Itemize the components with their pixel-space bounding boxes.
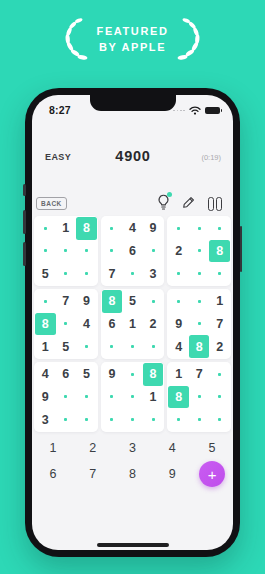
numpad-key-7[interactable]: 7	[73, 463, 113, 485]
empty-cell-dot	[131, 373, 134, 376]
sudoku-cell-r6c5[interactable]	[122, 335, 143, 358]
empty-cell-dot	[110, 227, 113, 230]
empty-cell-dot	[152, 249, 155, 252]
laurel-right-icon	[177, 17, 201, 61]
sudoku-cell-r7c5[interactable]	[122, 363, 143, 386]
empty-cell-dot	[110, 418, 113, 421]
sudoku-cell-r9c2[interactable]	[56, 408, 77, 431]
sudoku-cell-r4c7[interactable]	[168, 290, 189, 313]
hint-bulb-icon[interactable]	[157, 194, 170, 215]
empty-cell-dot	[110, 395, 113, 398]
status-icons	[173, 106, 220, 115]
empty-cell-dot	[85, 249, 88, 252]
sudoku-cell-r3c6[interactable]: 3	[143, 262, 164, 285]
empty-cell-dot	[218, 373, 221, 376]
sudoku-cell-r5c9[interactable]: 7	[209, 313, 230, 336]
empty-cell-dot	[198, 418, 201, 421]
sudoku-box-3: 28	[167, 216, 231, 286]
signal-dots-icon	[173, 110, 185, 112]
sudoku-cell-r5c2[interactable]	[56, 313, 77, 336]
sudoku-cell-r8c1[interactable]: 9	[35, 386, 56, 409]
silent-switch	[23, 184, 26, 196]
volume-up-button	[23, 210, 26, 234]
empty-cell-dot	[152, 345, 155, 348]
sudoku-cell-r3c1[interactable]: 5	[35, 262, 56, 285]
sudoku-cell-r3c7[interactable]	[168, 262, 189, 285]
sudoku-cell-r6c9[interactable]: 2	[209, 335, 230, 358]
empty-cell-dot	[218, 418, 221, 421]
sudoku-cell-r6c1[interactable]: 1	[35, 335, 56, 358]
numpad-key-2[interactable]: 2	[73, 437, 113, 459]
empty-cell-dot	[177, 272, 180, 275]
sudoku-cell-r2c8[interactable]	[189, 240, 210, 263]
sudoku-cell-r2c2[interactable]	[56, 240, 77, 263]
sudoku-box-9: 178	[167, 362, 231, 432]
empty-cell-dot	[44, 249, 47, 252]
notch	[90, 95, 176, 111]
sudoku-cell-r7c4[interactable]: 9	[102, 363, 123, 386]
sudoku-cell-r1c6[interactable]: 9	[143, 217, 164, 240]
empty-cell-dot	[131, 395, 134, 398]
sudoku-cell-r7c6[interactable]: 8	[143, 363, 164, 386]
sudoku-box-7: 46593	[34, 362, 98, 432]
sudoku-cell-r9c8[interactable]	[189, 408, 210, 431]
sudoku-cell-r6c6[interactable]	[143, 335, 164, 358]
featured-banner-text: FEATURED BY APPLE	[97, 23, 169, 55]
empty-cell-dot	[110, 345, 113, 348]
empty-cell-dot	[198, 249, 201, 252]
empty-cell-dot	[198, 322, 201, 325]
sudoku-grid: 18549673287984158561219748246593981178	[34, 216, 231, 432]
sudoku-cell-r1c5[interactable]: 4	[122, 217, 143, 240]
sudoku-cell-r2c4[interactable]	[102, 240, 123, 263]
empty-cell-dot	[64, 395, 67, 398]
sudoku-cell-r3c2[interactable]	[56, 262, 77, 285]
sudoku-cell-r7c7[interactable]: 1	[168, 363, 189, 386]
sudoku-cell-r8c4[interactable]	[102, 386, 123, 409]
featured-banner: FEATURED BY APPLE	[0, 14, 265, 64]
toolbar-icons	[157, 195, 223, 213]
sudoku-cell-r7c8[interactable]: 7	[189, 363, 210, 386]
numpad: 123456789+	[33, 437, 232, 485]
sudoku-cell-r1c9[interactable]	[209, 217, 230, 240]
empty-cell-dot	[198, 300, 201, 303]
sudoku-cell-r8c5[interactable]	[122, 386, 143, 409]
sudoku-cell-r2c5[interactable]: 6	[122, 240, 143, 263]
empty-cell-dot	[64, 249, 67, 252]
empty-cell-dot	[85, 418, 88, 421]
sudoku-cell-r2c1[interactable]	[35, 240, 56, 263]
hint-badge	[167, 192, 172, 197]
sudoku-cell-r1c2[interactable]: 1	[56, 217, 77, 240]
add-button[interactable]: +	[199, 461, 225, 487]
sudoku-cell-r4c9[interactable]: 1	[209, 290, 230, 313]
empty-cell-dot	[131, 418, 134, 421]
sudoku-cell-r5c5[interactable]: 1	[122, 313, 143, 336]
banner-line2: BY APPLE	[97, 39, 169, 55]
sudoku-box-5: 85612	[101, 289, 165, 359]
sudoku-cell-r2c3[interactable]	[76, 240, 97, 263]
timer-value: (0:19)	[201, 153, 221, 162]
sudoku-cell-r1c1[interactable]	[35, 217, 56, 240]
numpad-key-8[interactable]: 8	[113, 463, 153, 485]
empty-cell-dot	[218, 395, 221, 398]
empty-cell-dot	[64, 272, 67, 275]
battery-icon	[205, 107, 220, 115]
empty-cell-dot	[152, 418, 155, 421]
sudoku-cell-r3c9[interactable]	[209, 262, 230, 285]
score-value: 4900	[115, 148, 150, 164]
sudoku-cell-r7c1[interactable]: 4	[35, 363, 56, 386]
empty-cell-dot	[64, 418, 67, 421]
sudoku-cell-r1c8[interactable]	[189, 217, 210, 240]
empty-cell-dot	[218, 272, 221, 275]
empty-cell-dot	[218, 227, 221, 230]
sudoku-cell-r2c6[interactable]	[143, 240, 164, 263]
numpad-key-1[interactable]: 1	[33, 437, 73, 459]
empty-cell-dot	[85, 395, 88, 398]
sudoku-cell-r9c3[interactable]	[76, 408, 97, 431]
empty-cell-dot	[177, 418, 180, 421]
empty-cell-dot	[85, 272, 88, 275]
numpad-key-6[interactable]: 6	[33, 463, 73, 485]
sudoku-cell-r5c7[interactable]: 9	[168, 313, 189, 336]
empty-cell-dot	[44, 227, 47, 230]
sudoku-cell-r5c8[interactable]	[189, 313, 210, 336]
sudoku-cell-r2c7[interactable]: 2	[168, 240, 189, 263]
sudoku-cell-r7c9[interactable]	[209, 363, 230, 386]
sudoku-cell-r1c4[interactable]	[102, 217, 123, 240]
empty-cell-dot	[131, 272, 134, 275]
numpad-key-3[interactable]: 3	[113, 437, 153, 459]
sudoku-cell-r7c3[interactable]: 5	[76, 363, 97, 386]
home-indicator[interactable]	[97, 543, 169, 547]
sudoku-cell-r5c4[interactable]: 6	[102, 313, 123, 336]
sudoku-cell-r8c8[interactable]	[189, 386, 210, 409]
sudoku-cell-r9c5[interactable]	[122, 408, 143, 431]
laurel-left-icon	[64, 17, 88, 61]
sudoku-cell-r4c6[interactable]	[143, 290, 164, 313]
empty-cell-dot	[177, 300, 180, 303]
sudoku-cell-r4c5[interactable]: 5	[122, 290, 143, 313]
sudoku-cell-r9c4[interactable]	[102, 408, 123, 431]
sudoku-cell-r8c3[interactable]	[76, 386, 97, 409]
sudoku-box-4: 798415	[34, 289, 98, 359]
sudoku-cell-r6c7[interactable]: 4	[168, 335, 189, 358]
sudoku-cell-r9c1[interactable]: 3	[35, 408, 56, 431]
sudoku-cell-r6c4[interactable]	[102, 335, 123, 358]
empty-cell-dot	[177, 227, 180, 230]
game-header: EASY 4900 (0:19)	[45, 148, 221, 166]
sudoku-cell-r8c2[interactable]	[56, 386, 77, 409]
pencil-notes-icon[interactable]	[182, 195, 196, 213]
sudoku-cell-r8c7[interactable]: 8	[168, 386, 189, 409]
sudoku-cell-r8c9[interactable]	[209, 386, 230, 409]
empty-cell-dot	[44, 300, 47, 303]
sudoku-cell-r3c5[interactable]	[122, 262, 143, 285]
sudoku-cell-r1c7[interactable]	[168, 217, 189, 240]
sudoku-cell-r9c6[interactable]	[143, 408, 164, 431]
phone-screen: 8:27 EASY 4900 (0:19) BACK	[32, 95, 233, 550]
sudoku-cell-r3c4[interactable]: 7	[102, 262, 123, 285]
sudoku-cell-r2c9[interactable]: 8	[209, 240, 230, 263]
sudoku-cell-r6c3[interactable]	[76, 335, 97, 358]
sudoku-cell-r5c1[interactable]: 8	[35, 313, 56, 336]
sudoku-cell-r6c2[interactable]: 5	[56, 335, 77, 358]
sudoku-cell-r4c2[interactable]: 7	[56, 290, 77, 313]
numpad-key-5[interactable]: 5	[192, 437, 232, 459]
empty-cell-dot	[64, 322, 67, 325]
sudoku-cell-r5c6[interactable]: 2	[143, 313, 164, 336]
phone-frame: 8:27 EASY 4900 (0:19) BACK	[25, 88, 240, 557]
sudoku-cell-r4c4[interactable]: 8	[102, 290, 123, 313]
empty-cell-dot	[198, 395, 201, 398]
back-button[interactable]: BACK	[36, 197, 67, 210]
sudoku-cell-r5c3[interactable]: 4	[76, 313, 97, 336]
difficulty-label: EASY	[45, 152, 71, 162]
status-time: 8:27	[49, 104, 71, 116]
sudoku-cell-r4c8[interactable]	[189, 290, 210, 313]
sudoku-cell-r7c2[interactable]: 6	[56, 363, 77, 386]
sudoku-cell-r1c3[interactable]: 8	[76, 217, 97, 240]
power-button	[240, 226, 243, 272]
numpad-key-4[interactable]: 4	[152, 437, 192, 459]
sudoku-cell-r3c3[interactable]	[76, 262, 97, 285]
add-button-wrap: +	[192, 463, 232, 485]
pause-icon[interactable]	[208, 197, 223, 211]
sudoku-box-6: 197482	[167, 289, 231, 359]
banner-line1: FEATURED	[97, 23, 169, 39]
empty-cell-dot	[85, 345, 88, 348]
sudoku-cell-r6c8[interactable]: 8	[189, 335, 210, 358]
wifi-icon	[189, 106, 201, 115]
volume-down-button	[23, 242, 26, 266]
sudoku-cell-r8c6[interactable]: 1	[143, 386, 164, 409]
sudoku-box-8: 981	[101, 362, 165, 432]
sudoku-cell-r9c9[interactable]	[209, 408, 230, 431]
sudoku-cell-r9c7[interactable]	[168, 408, 189, 431]
sudoku-box-1: 185	[34, 216, 98, 286]
numpad-key-9[interactable]: 9	[152, 463, 192, 485]
sudoku-cell-r4c1[interactable]	[35, 290, 56, 313]
empty-cell-dot	[198, 227, 201, 230]
sudoku-cell-r3c8[interactable]	[189, 262, 210, 285]
empty-cell-dot	[198, 272, 201, 275]
sudoku-box-2: 49673	[101, 216, 165, 286]
empty-cell-dot	[131, 345, 134, 348]
empty-cell-dot	[110, 249, 113, 252]
sudoku-cell-r4c3[interactable]: 9	[76, 290, 97, 313]
empty-cell-dot	[152, 300, 155, 303]
